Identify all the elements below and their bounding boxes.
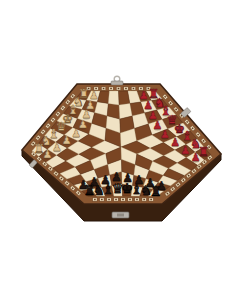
piece-white-P: ♟ [89, 89, 99, 102]
coordinate-label-cell [128, 198, 132, 201]
board-cell [119, 91, 130, 105]
lid-ring-base [111, 81, 123, 85]
coordinate-label-cell [121, 198, 125, 201]
coordinate-label-cell [100, 198, 104, 201]
piece-red-P: ♟ [191, 151, 201, 164]
three-player-chess-board: ♜♞♝♛♚♝♞♜♟♟♟♟♟♟♟♟♜♞♝♛♚♝♞♜♟♟♟♟♟♟♟♟♟♟♟♟♟♟♟♟… [0, 0, 240, 303]
coordinate-label-cell [135, 198, 139, 201]
board-cell [108, 91, 119, 105]
piece-white-P: ♟ [42, 148, 52, 161]
coordinate-label-cell [116, 87, 120, 90]
piece-red-P: ♟ [170, 136, 180, 149]
coordinate-label-cell [131, 87, 135, 90]
coordinate-label-cell [114, 198, 118, 201]
coordinate-label-cell [142, 198, 146, 201]
piece-white-P: ♟ [62, 134, 72, 147]
coordinate-label-cell [124, 87, 128, 90]
coordinate-label-cell [107, 198, 111, 201]
piece-white-P: ♟ [52, 141, 62, 154]
product-photo: ♜♞♝♛♚♝♞♜♟♟♟♟♟♟♟♟♜♞♝♛♚♝♞♜♟♟♟♟♟♟♟♟♟♟♟♟♟♟♟♟… [0, 0, 240, 303]
piece-red-P: ♟ [160, 128, 170, 141]
coordinate-label-cell [93, 198, 97, 201]
coordinate-label-cell [101, 87, 105, 90]
piece-black-R: ♜ [150, 183, 162, 199]
front-latch-tab [117, 214, 124, 217]
piece-red-P: ♟ [181, 144, 191, 157]
coordinate-label-cell [109, 87, 113, 90]
